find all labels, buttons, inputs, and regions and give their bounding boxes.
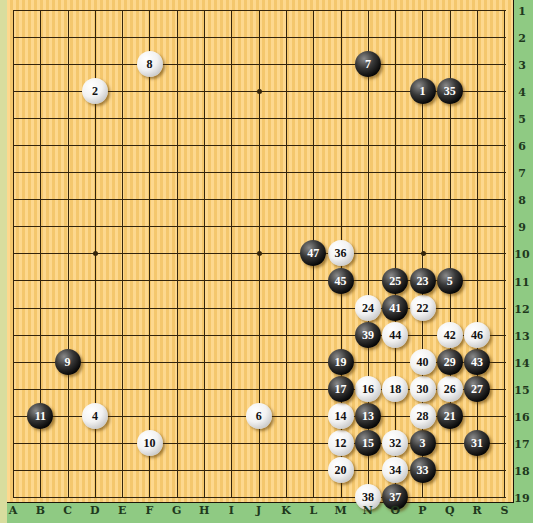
- column-label-P: P: [418, 504, 426, 517]
- stone-move-number: 1: [420, 85, 426, 97]
- stone-white-32: 32: [382, 430, 408, 456]
- stone-white-8: 8: [137, 51, 163, 77]
- stone-white-36: 36: [328, 240, 354, 266]
- stone-white-44: 44: [382, 322, 408, 348]
- stone-move-number: 17: [335, 383, 347, 395]
- stone-move-number: 9: [65, 356, 71, 368]
- row-label-6: 6: [518, 140, 526, 153]
- stone-move-number: 13: [362, 410, 374, 422]
- column-label-M: M: [335, 504, 347, 517]
- stone-white-40: 40: [410, 349, 436, 375]
- stone-white-14: 14: [328, 403, 354, 429]
- stone-black-13: 13: [355, 403, 381, 429]
- stone-move-number: 31: [471, 437, 483, 449]
- row-label-12: 12: [514, 302, 529, 315]
- row-label-1: 1: [518, 5, 526, 18]
- column-label-S: S: [500, 504, 508, 517]
- stone-move-number: 4: [92, 410, 98, 422]
- row-label-7: 7: [518, 167, 526, 180]
- stone-black-5: 5: [437, 268, 463, 294]
- stone-black-27: 27: [464, 376, 490, 402]
- stone-move-number: 40: [417, 356, 429, 368]
- row-label-3: 3: [518, 59, 526, 72]
- row-label-5: 5: [518, 113, 526, 126]
- stone-black-35: 35: [437, 78, 463, 104]
- stone-move-number: 25: [389, 275, 401, 287]
- stone-white-6: 6: [246, 403, 272, 429]
- column-label-R: R: [473, 504, 482, 517]
- column-label-G: G: [172, 504, 181, 517]
- stone-white-22: 22: [410, 295, 436, 321]
- column-label-I: I: [229, 504, 234, 517]
- stone-black-33: 33: [410, 457, 436, 483]
- stone-black-29: 29: [437, 349, 463, 375]
- stone-move-number: 46: [471, 329, 483, 341]
- stone-black-41: 41: [382, 295, 408, 321]
- stone-move-number: 47: [307, 247, 319, 259]
- stone-move-number: 6: [256, 410, 262, 422]
- stone-black-25: 25: [382, 268, 408, 294]
- row-label-17: 17: [514, 437, 529, 450]
- stone-black-31: 31: [464, 430, 490, 456]
- stone-black-17: 17: [328, 376, 354, 402]
- row-label-16: 16: [514, 410, 529, 423]
- stone-move-number: 33: [417, 464, 429, 476]
- stone-move-number: 11: [35, 410, 46, 422]
- column-label-F: F: [146, 504, 154, 517]
- column-label-O: O: [390, 504, 400, 517]
- stone-white-20: 20: [328, 457, 354, 483]
- stone-black-19: 19: [328, 349, 354, 375]
- row-label-8: 8: [518, 194, 526, 207]
- column-label-C: C: [63, 504, 72, 517]
- stone-move-number: 8: [147, 58, 153, 70]
- go-kifu-screen: 1234567891011121314151617181920212223242…: [0, 0, 533, 523]
- stone-move-number: 30: [417, 383, 429, 395]
- stone-move-number: 41: [389, 302, 401, 314]
- stone-move-number: 21: [444, 410, 456, 422]
- left-margin-strip: [0, 0, 7, 523]
- row-label-18: 18: [514, 464, 529, 477]
- row-label-9: 9: [518, 221, 526, 234]
- stone-move-number: 19: [335, 356, 347, 368]
- stone-move-number: 16: [362, 383, 374, 395]
- column-label-N: N: [363, 504, 373, 517]
- column-label-A: A: [9, 504, 18, 517]
- stone-white-12: 12: [328, 430, 354, 456]
- stone-move-number: 27: [471, 383, 483, 395]
- row-label-13: 13: [514, 329, 529, 342]
- stone-black-15: 15: [355, 430, 381, 456]
- stone-white-18: 18: [382, 376, 408, 402]
- stone-black-43: 43: [464, 349, 490, 375]
- stone-white-16: 16: [355, 376, 381, 402]
- stone-move-number: 18: [389, 383, 401, 395]
- stone-white-30: 30: [410, 376, 436, 402]
- column-label-H: H: [199, 504, 209, 517]
- stone-move-number: 2: [92, 85, 98, 97]
- stone-move-number: 43: [471, 356, 483, 368]
- stone-white-46: 46: [464, 322, 490, 348]
- row-label-11: 11: [514, 275, 529, 288]
- row-label-15: 15: [514, 383, 529, 396]
- stone-black-39: 39: [355, 322, 381, 348]
- row-label-19: 19: [514, 491, 529, 504]
- stone-black-45: 45: [328, 268, 354, 294]
- stone-move-number: 10: [144, 437, 156, 449]
- stone-move-number: 29: [444, 356, 456, 368]
- stone-white-28: 28: [410, 403, 436, 429]
- column-label-J: J: [256, 504, 261, 517]
- row-label-2: 2: [518, 32, 526, 45]
- stone-black-11: 11: [27, 403, 53, 429]
- column-label-B: B: [36, 504, 45, 517]
- column-label-E: E: [118, 504, 126, 517]
- stone-move-number: 38: [362, 491, 374, 503]
- column-label-K: K: [281, 504, 291, 517]
- stone-black-23: 23: [410, 268, 436, 294]
- stone-move-number: 32: [389, 437, 401, 449]
- stone-black-1: 1: [410, 78, 436, 104]
- row-label-10: 10: [514, 248, 529, 261]
- stone-move-number: 36: [335, 247, 347, 259]
- stone-black-9: 9: [55, 349, 81, 375]
- stone-move-number: 3: [420, 437, 426, 449]
- stone-black-21: 21: [437, 403, 463, 429]
- stone-move-number: 26: [444, 383, 456, 395]
- stone-white-26: 26: [437, 376, 463, 402]
- stone-move-number: 12: [335, 437, 347, 449]
- stone-move-number: 37: [389, 491, 401, 503]
- stone-move-number: 24: [362, 302, 374, 314]
- stone-move-number: 44: [389, 329, 401, 341]
- go-board[interactable]: 1234567891011121314151617181920212223242…: [7, 0, 514, 503]
- column-label-Q: Q: [445, 504, 455, 517]
- stone-move-number: 34: [389, 464, 401, 476]
- row-label-14: 14: [514, 356, 529, 369]
- stone-move-number: 42: [444, 329, 456, 341]
- stone-move-number: 20: [335, 464, 347, 476]
- stone-white-42: 42: [437, 322, 463, 348]
- stone-move-number: 23: [417, 275, 429, 287]
- stone-white-24: 24: [355, 295, 381, 321]
- star-point: [257, 89, 262, 94]
- stone-white-4: 4: [82, 403, 108, 429]
- stone-move-number: 22: [417, 302, 429, 314]
- stone-black-3: 3: [410, 430, 436, 456]
- column-label-L: L: [309, 504, 317, 517]
- stone-move-number: 14: [335, 410, 347, 422]
- stone-move-number: 7: [365, 58, 371, 70]
- stone-move-number: 5: [447, 275, 453, 287]
- stone-move-number: 28: [417, 410, 429, 422]
- stone-white-2: 2: [82, 78, 108, 104]
- stone-move-number: 35: [444, 85, 456, 97]
- stone-move-number: 45: [335, 275, 347, 287]
- column-label-D: D: [90, 504, 100, 517]
- stone-move-number: 39: [362, 329, 374, 341]
- stone-white-10: 10: [137, 430, 163, 456]
- stone-black-7: 7: [355, 51, 381, 77]
- stone-white-34: 34: [382, 457, 408, 483]
- row-label-4: 4: [518, 86, 526, 99]
- stone-move-number: 15: [362, 437, 374, 449]
